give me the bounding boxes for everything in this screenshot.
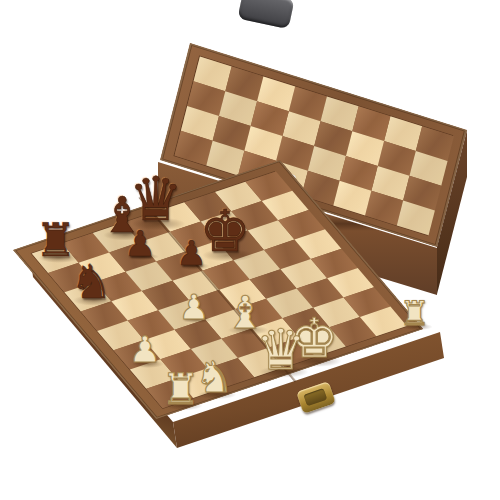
product-photo-chess-set: ♜♝♛♟♞♟♚♟♟♝♜♞♛♚♜ (0, 0, 500, 500)
box-handle (237, 0, 294, 29)
